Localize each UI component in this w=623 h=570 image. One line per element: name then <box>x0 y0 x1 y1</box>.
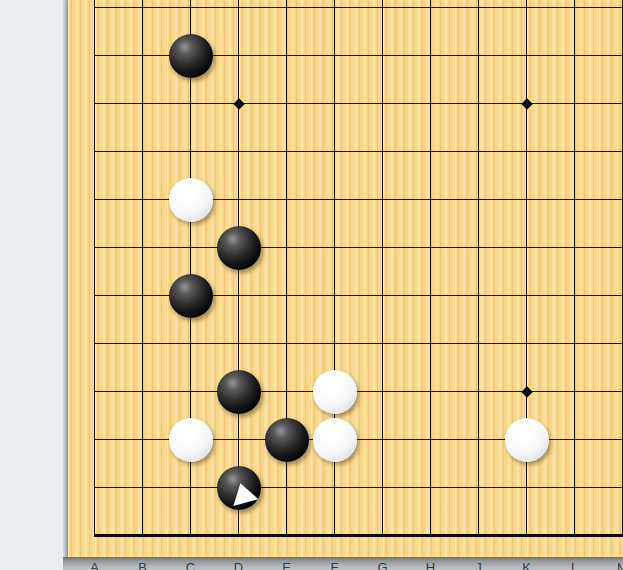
coordinate-label-c: C <box>186 561 195 570</box>
grid-line-horizontal <box>95 103 623 105</box>
grid-line-horizontal <box>95 151 623 153</box>
stone-black-e3 <box>265 418 309 462</box>
coordinate-label-a: A <box>90 561 99 570</box>
go-board[interactable] <box>68 0 623 557</box>
stone-white-f4 <box>313 370 357 414</box>
last-move-marker <box>233 482 259 507</box>
stone-white-f3 <box>313 418 357 462</box>
grid-line-vertical <box>430 0 432 537</box>
coordinate-label-l: L <box>571 561 578 570</box>
left-panel <box>0 0 63 570</box>
grid-line-horizontal <box>95 7 623 9</box>
board-bottom-edge-line <box>95 534 623 537</box>
stone-black-c11 <box>169 34 213 78</box>
grid-line-horizontal <box>95 391 623 393</box>
stone-white-c3 <box>169 418 213 462</box>
stone-white-c8 <box>169 178 213 222</box>
grid-line-horizontal <box>95 247 623 249</box>
coordinate-label-e: E <box>282 561 291 570</box>
coordinate-strip: ABCDEFGHJKLM <box>63 557 623 570</box>
coordinate-label-d: D <box>234 561 243 570</box>
star-point-k4 <box>521 386 532 397</box>
stone-white-k3 <box>505 418 549 462</box>
coordinate-label-b: B <box>138 561 147 570</box>
coordinate-label-g: G <box>377 561 387 570</box>
stone-black-c6 <box>169 274 213 318</box>
grid-line-vertical <box>382 0 384 537</box>
grid-line-vertical <box>94 0 96 537</box>
star-point-d10 <box>233 98 244 109</box>
star-point-k10 <box>521 98 532 109</box>
grid-line-vertical <box>142 0 144 537</box>
stone-black-d4 <box>217 370 261 414</box>
coordinate-label-m: M <box>617 561 623 570</box>
grid-line-vertical <box>574 0 576 537</box>
coordinate-label-j: J <box>475 561 482 570</box>
stone-black-d7 <box>217 226 261 270</box>
stone-black-d2 <box>217 466 261 510</box>
app-window: { "game": "go", "board": { "size": 19, "… <box>0 0 623 570</box>
grid-line-horizontal <box>95 343 623 345</box>
coordinate-label-h: H <box>426 561 435 570</box>
grid-line-vertical <box>478 0 480 537</box>
grid-line-horizontal <box>95 487 623 489</box>
coordinate-label-f: F <box>331 561 339 570</box>
coordinate-label-k: K <box>522 561 531 570</box>
